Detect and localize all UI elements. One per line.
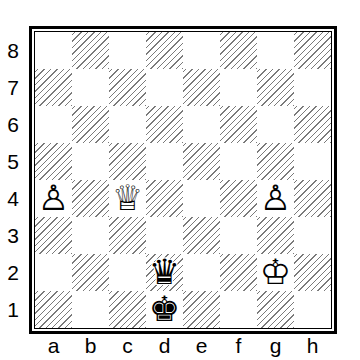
square-h5[interactable] [294, 143, 331, 180]
square-d2[interactable]: ♛ [146, 254, 183, 291]
rank-labels: 87654321 [0, 32, 26, 328]
white-queen[interactable]: ♕ [112, 181, 143, 216]
square-d7[interactable] [146, 69, 183, 106]
square-e3[interactable] [183, 217, 220, 254]
file-label-h: h [294, 334, 331, 358]
white-king[interactable]: ♔ [260, 255, 291, 290]
square-f6[interactable] [220, 106, 257, 143]
board-frame: ♙♕♙♛♔♚ [29, 26, 337, 334]
file-label-b: b [72, 334, 109, 358]
square-c5[interactable] [109, 143, 146, 180]
square-a2[interactable] [35, 254, 72, 291]
square-d5[interactable] [146, 143, 183, 180]
square-e6[interactable] [183, 106, 220, 143]
square-h4[interactable] [294, 180, 331, 217]
square-d6[interactable] [146, 106, 183, 143]
square-g4[interactable]: ♙ [257, 180, 294, 217]
square-f8[interactable] [220, 32, 257, 69]
square-b6[interactable] [72, 106, 109, 143]
square-h1[interactable] [294, 291, 331, 328]
square-e1[interactable] [183, 291, 220, 328]
square-e2[interactable] [183, 254, 220, 291]
file-label-d: d [146, 334, 183, 358]
black-king[interactable]: ♚ [149, 292, 180, 327]
square-a6[interactable] [35, 106, 72, 143]
square-d1[interactable]: ♚ [146, 291, 183, 328]
white-pawn[interactable]: ♙ [38, 181, 69, 216]
square-c4[interactable]: ♕ [109, 180, 146, 217]
square-c2[interactable] [109, 254, 146, 291]
square-a1[interactable] [35, 291, 72, 328]
rank-label-7: 7 [0, 69, 26, 106]
chess-diagram: 87654321 ♙♕♙♛♔♚ abcdefgh [0, 0, 360, 360]
rank-label-2: 2 [0, 254, 26, 291]
square-b5[interactable] [72, 143, 109, 180]
square-g2[interactable]: ♔ [257, 254, 294, 291]
square-g1[interactable] [257, 291, 294, 328]
square-g8[interactable] [257, 32, 294, 69]
square-e7[interactable] [183, 69, 220, 106]
square-e8[interactable] [183, 32, 220, 69]
file-label-e: e [183, 334, 220, 358]
square-d3[interactable] [146, 217, 183, 254]
rank-label-8: 8 [0, 32, 26, 69]
square-e4[interactable] [183, 180, 220, 217]
black-queen[interactable]: ♛ [149, 255, 180, 290]
square-c8[interactable] [109, 32, 146, 69]
rank-label-5: 5 [0, 143, 26, 180]
square-g3[interactable] [257, 217, 294, 254]
square-e5[interactable] [183, 143, 220, 180]
file-label-c: c [109, 334, 146, 358]
square-h2[interactable] [294, 254, 331, 291]
square-f1[interactable] [220, 291, 257, 328]
square-b1[interactable] [72, 291, 109, 328]
file-label-a: a [35, 334, 72, 358]
square-c7[interactable] [109, 69, 146, 106]
rank-label-1: 1 [0, 291, 26, 328]
file-label-f: f [220, 334, 257, 358]
square-b3[interactable] [72, 217, 109, 254]
square-a4[interactable]: ♙ [35, 180, 72, 217]
square-f2[interactable] [220, 254, 257, 291]
square-a5[interactable] [35, 143, 72, 180]
file-label-g: g [257, 334, 294, 358]
square-g7[interactable] [257, 69, 294, 106]
square-b2[interactable] [72, 254, 109, 291]
rank-label-3: 3 [0, 217, 26, 254]
square-c6[interactable] [109, 106, 146, 143]
file-labels: abcdefgh [35, 334, 331, 358]
board-inner-border: ♙♕♙♛♔♚ [34, 31, 332, 329]
square-b4[interactable] [72, 180, 109, 217]
square-h7[interactable] [294, 69, 331, 106]
square-c1[interactable] [109, 291, 146, 328]
square-a8[interactable] [35, 32, 72, 69]
square-f5[interactable] [220, 143, 257, 180]
rank-label-6: 6 [0, 106, 26, 143]
square-b7[interactable] [72, 69, 109, 106]
square-f3[interactable] [220, 217, 257, 254]
square-a7[interactable] [35, 69, 72, 106]
rank-label-4: 4 [0, 180, 26, 217]
square-a3[interactable] [35, 217, 72, 254]
square-d8[interactable] [146, 32, 183, 69]
square-h3[interactable] [294, 217, 331, 254]
square-f4[interactable] [220, 180, 257, 217]
square-h6[interactable] [294, 106, 331, 143]
white-pawn[interactable]: ♙ [260, 181, 291, 216]
square-b8[interactable] [72, 32, 109, 69]
square-g5[interactable] [257, 143, 294, 180]
square-g6[interactable] [257, 106, 294, 143]
square-h8[interactable] [294, 32, 331, 69]
board: ♙♕♙♛♔♚ [35, 32, 331, 328]
square-f7[interactable] [220, 69, 257, 106]
square-c3[interactable] [109, 217, 146, 254]
square-d4[interactable] [146, 180, 183, 217]
